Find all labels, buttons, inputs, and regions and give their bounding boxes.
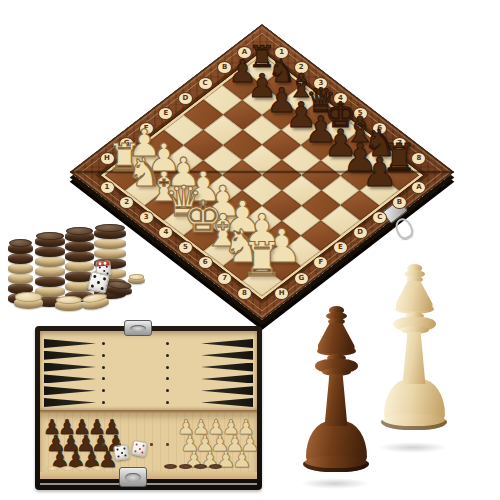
checker-stack-3-piece: [65, 261, 94, 272]
coord-label-2: 2: [119, 196, 134, 209]
backgammon-point-right: [201, 363, 253, 372]
box-front-lip: [40, 472, 257, 479]
storage-box: ♟♟♟♟♟♟♟♟♟♟♟♟♟♟♟♟♟♟♟♟♟♟♟♟♟♟♟♟: [35, 326, 262, 490]
checker-stack-3-piece: [65, 251, 94, 262]
die-box-1: [113, 444, 130, 461]
backgammon-point-right: [201, 339, 253, 348]
coord-label-D: D: [353, 226, 368, 239]
backgammon-dot: [102, 401, 105, 404]
checker-stack-2-piece: [35, 266, 65, 277]
backgammon-point-right: [201, 374, 253, 383]
checker-stack-2-piece: [35, 236, 65, 247]
box-front-trim-line: [40, 483, 257, 485]
box-lid-backgammon: [40, 331, 257, 410]
backgammon-point-left: [44, 339, 96, 348]
die-box-2: [131, 440, 148, 457]
tray-checker-light: [91, 466, 104, 471]
checker-stack-3-piece: [65, 241, 94, 252]
coord-label-3: 3: [139, 211, 154, 224]
coord-label-6: 6: [198, 256, 213, 269]
dark-king-piece: [299, 306, 373, 490]
king-crown: [396, 281, 433, 311]
box-tray: ♟♟♟♟♟♟♟♟♟♟♟♟♟♟♟♟♟♟♟♟♟♟♟♟♟♟♟♟: [40, 413, 257, 472]
coord-label-7: 7: [217, 272, 232, 285]
tray-checker-light: [46, 466, 59, 471]
checker-stack-1-piece: [8, 273, 33, 284]
peg-hole: [166, 443, 169, 446]
tray-checker-dark: [179, 464, 192, 469]
backgammon-point-left: [44, 386, 96, 395]
coord-label-8: 8: [237, 287, 252, 300]
checker-stack-1-piece: [8, 243, 33, 254]
light-king-piece: [377, 264, 451, 448]
backgammon-point-right: [201, 351, 253, 360]
tray-checker-light: [61, 466, 74, 471]
king-crown: [318, 323, 355, 353]
loose-checker: [81, 296, 109, 312]
backgammon-dot: [166, 342, 169, 345]
mini-piece-light: ♟: [232, 449, 252, 471]
checker-stack-2-piece: [35, 256, 65, 267]
coord-label-D: D: [178, 92, 193, 105]
checker-stack-2-piece: [35, 276, 65, 287]
backgammon-dot: [102, 389, 105, 392]
checker-stack-2-piece: [35, 246, 65, 257]
checker-stack-1-piece: [8, 253, 33, 264]
backgammon-dot: [166, 366, 169, 369]
loose-checker: [55, 300, 83, 311]
checker-stack-4-piece: [94, 248, 126, 259]
backgammon-point-right: [201, 386, 253, 395]
peg-hole: [150, 443, 153, 446]
checker-stack-4-piece: [94, 228, 126, 239]
peg-hole: [102, 443, 105, 446]
box-clasp-front: [119, 467, 147, 487]
backgammon-dot: [166, 377, 169, 380]
king-base: [381, 414, 447, 430]
backgammon-dot: [102, 366, 105, 369]
tray-checker-dark: [194, 464, 207, 469]
loose-checker: [14, 297, 43, 309]
backgammon-point-left: [44, 374, 96, 383]
backgammon-dot: [166, 389, 169, 392]
backgammon-point-left: [44, 351, 96, 360]
piece-black-h7[interactable]: ♟: [360, 153, 400, 193]
king-base: [303, 456, 369, 472]
tray-checker-dark: [164, 464, 177, 469]
backgammon-point-left: [44, 363, 96, 372]
checker-stack-3-piece: [65, 231, 94, 242]
backgammon-point-right: [201, 398, 253, 407]
backgammon-dot: [166, 401, 169, 404]
backgammon-point-left: [44, 398, 96, 407]
coord-label-C: C: [198, 77, 213, 90]
coord-label-B: B: [392, 196, 407, 209]
tray-checker-light: [76, 466, 89, 471]
coord-label-H: H: [274, 287, 289, 300]
backgammon-dot: [166, 354, 169, 357]
product-photo-stage: ♟♟♟♟♟♟♟♟♟♟♟♟♟♟♟♟♟♟♟♟♟♟♟♟♟♟♟♟ AA11BB22CC3: [0, 0, 500, 500]
checker-stack-4-piece: [94, 238, 126, 249]
checker-stack-1-piece: [8, 263, 33, 274]
backgammon-dot: [102, 377, 105, 380]
coord-label-1: 1: [100, 181, 115, 194]
piece-white-h1[interactable]: ♜: [238, 236, 285, 283]
box-clasp-top: [124, 320, 152, 336]
backgammon-dot: [102, 354, 105, 357]
tray-checker-dark: [209, 464, 222, 469]
coord-label-G: G: [294, 272, 309, 285]
backgammon-dot: [102, 342, 105, 345]
loose-checker: [128, 277, 145, 284]
